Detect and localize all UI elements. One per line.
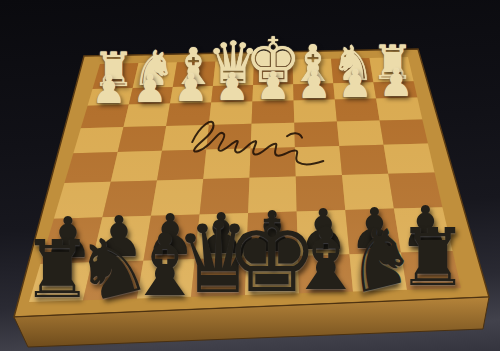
piece-white-pawn[interactable]: ♟ xyxy=(256,67,290,105)
piece-white-pawn[interactable]: ♟ xyxy=(215,68,249,106)
piece-white-pawn[interactable]: ♟ xyxy=(92,71,126,109)
piece-white-pawn[interactable]: ♟ xyxy=(338,65,372,103)
chess-photo-stage: ♜♞♝♛♚♝♞♜♟♟♟♟♟♟♟♟♟♟♟♟♟♟♟♟♜♞♝♛♚♝♞♜ xyxy=(0,0,500,351)
piece-white-pawn[interactable]: ♟ xyxy=(174,69,208,107)
piece-white-pawn[interactable]: ♟ xyxy=(297,66,331,104)
piece-white-pawn[interactable]: ♟ xyxy=(379,64,413,102)
piece-white-pawn[interactable]: ♟ xyxy=(133,70,167,108)
piece-black-rook[interactable]: ♜ xyxy=(397,218,468,298)
